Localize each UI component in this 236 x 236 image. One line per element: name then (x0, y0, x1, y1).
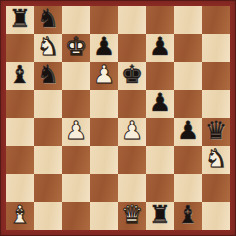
square-f2[interactable] (146, 174, 174, 202)
black-rook-f1[interactable]: ♜ (149, 201, 171, 229)
square-a6[interactable]: ♝ (6, 62, 34, 90)
square-d3[interactable] (90, 146, 118, 174)
square-e2[interactable] (118, 174, 146, 202)
square-d5[interactable] (90, 90, 118, 118)
square-c6[interactable] (62, 62, 90, 90)
square-a2[interactable] (6, 174, 34, 202)
white-knight-h3[interactable]: ♞ (205, 145, 227, 173)
square-c8[interactable] (62, 6, 90, 34)
white-bishop-a1[interactable]: ♝ (9, 201, 31, 229)
square-c1[interactable] (62, 202, 90, 230)
square-e6[interactable]: ♚ (118, 62, 146, 90)
black-pawn-d7[interactable]: ♟ (93, 33, 115, 61)
square-b5[interactable] (34, 90, 62, 118)
square-b7[interactable]: ♞ (34, 34, 62, 62)
square-b1[interactable] (34, 202, 62, 230)
square-c3[interactable] (62, 146, 90, 174)
square-e8[interactable] (118, 6, 146, 34)
black-knight-b6[interactable]: ♞ (37, 61, 59, 89)
square-b8[interactable]: ♞ (34, 6, 62, 34)
square-e1[interactable]: ♛ (118, 202, 146, 230)
white-pawn-c4[interactable]: ♟ (65, 117, 87, 145)
chess-board: ♜♞♞♚♟♟♝♞♟♚♟♟♟♟♛♞♝♛♜♝ (6, 6, 230, 230)
square-h2[interactable] (202, 174, 230, 202)
black-pawn-f5[interactable]: ♟ (149, 89, 171, 117)
square-e3[interactable] (118, 146, 146, 174)
square-c4[interactable]: ♟ (62, 118, 90, 146)
square-g6[interactable] (174, 62, 202, 90)
black-pawn-g4[interactable]: ♟ (177, 117, 199, 145)
white-knight-b7[interactable]: ♞ (37, 33, 59, 61)
square-g1[interactable]: ♝ (174, 202, 202, 230)
white-queen-e1[interactable]: ♛ (121, 201, 143, 229)
square-h5[interactable] (202, 90, 230, 118)
square-e5[interactable] (118, 90, 146, 118)
square-a5[interactable] (6, 90, 34, 118)
square-g4[interactable]: ♟ (174, 118, 202, 146)
black-bishop-g1[interactable]: ♝ (177, 201, 199, 229)
black-king-e6[interactable]: ♚ (121, 61, 143, 89)
square-h8[interactable] (202, 6, 230, 34)
square-f8[interactable] (146, 6, 174, 34)
black-bishop-a6[interactable]: ♝ (9, 61, 31, 89)
square-e4[interactable]: ♟ (118, 118, 146, 146)
square-a4[interactable] (6, 118, 34, 146)
square-f5[interactable]: ♟ (146, 90, 174, 118)
white-king-c7[interactable]: ♚ (65, 33, 87, 61)
square-h1[interactable] (202, 202, 230, 230)
square-d6[interactable]: ♟ (90, 62, 118, 90)
black-pawn-f7[interactable]: ♟ (149, 33, 171, 61)
board-frame: ♜♞♞♚♟♟♝♞♟♚♟♟♟♟♛♞♝♛♜♝ (0, 0, 236, 236)
square-b3[interactable] (34, 146, 62, 174)
square-a7[interactable] (6, 34, 34, 62)
black-rook-a8[interactable]: ♜ (9, 5, 31, 33)
square-f4[interactable] (146, 118, 174, 146)
square-d2[interactable] (90, 174, 118, 202)
black-knight-b8[interactable]: ♞ (37, 5, 59, 33)
square-h3[interactable]: ♞ (202, 146, 230, 174)
square-g2[interactable] (174, 174, 202, 202)
square-c5[interactable] (62, 90, 90, 118)
square-b4[interactable] (34, 118, 62, 146)
square-e7[interactable] (118, 34, 146, 62)
square-d4[interactable] (90, 118, 118, 146)
white-pawn-d6[interactable]: ♟ (93, 61, 115, 89)
square-b2[interactable] (34, 174, 62, 202)
square-g3[interactable] (174, 146, 202, 174)
square-d7[interactable]: ♟ (90, 34, 118, 62)
square-f3[interactable] (146, 146, 174, 174)
square-d1[interactable] (90, 202, 118, 230)
square-a3[interactable] (6, 146, 34, 174)
square-f7[interactable]: ♟ (146, 34, 174, 62)
square-b6[interactable]: ♞ (34, 62, 62, 90)
square-g7[interactable] (174, 34, 202, 62)
square-h4[interactable]: ♛ (202, 118, 230, 146)
square-f1[interactable]: ♜ (146, 202, 174, 230)
black-queen-h4[interactable]: ♛ (205, 117, 227, 145)
square-d8[interactable] (90, 6, 118, 34)
square-a8[interactable]: ♜ (6, 6, 34, 34)
white-pawn-e4[interactable]: ♟ (121, 117, 143, 145)
square-a1[interactable]: ♝ (6, 202, 34, 230)
square-h6[interactable] (202, 62, 230, 90)
square-f6[interactable] (146, 62, 174, 90)
square-c2[interactable] (62, 174, 90, 202)
square-h7[interactable] (202, 34, 230, 62)
square-g8[interactable] (174, 6, 202, 34)
square-g5[interactable] (174, 90, 202, 118)
square-c7[interactable]: ♚ (62, 34, 90, 62)
